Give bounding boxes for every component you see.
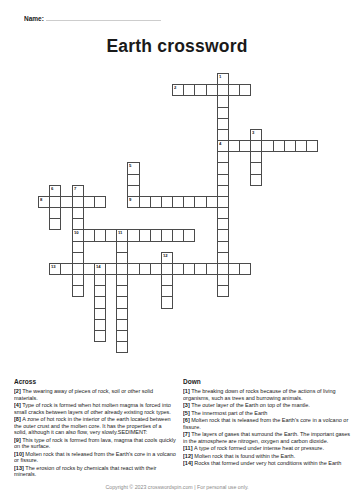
clue-item: [8] A zone of hot rock in the interior o… (14, 416, 176, 435)
clue-item: [7] The layers of gases that surround th… (183, 431, 351, 444)
grid-cell[interactable] (239, 140, 251, 152)
grid-cell[interactable] (150, 263, 162, 275)
clue-item-number: [1] (183, 388, 191, 394)
clue-item: [5] The innermost part of the Earth (183, 410, 351, 416)
grid-cell[interactable] (60, 196, 73, 208)
clue-item: [2] The wearing away of pieces of rock, … (14, 388, 176, 401)
worksheet-page: Name: Earth crossword 142359671081112131… (0, 0, 354, 500)
grid-cell[interactable] (94, 330, 106, 342)
clue-item: [11] A type of rock formed under intense… (183, 445, 351, 451)
clue-item: [13] The erosion of rocks by chemicals t… (14, 464, 176, 477)
footer: Copyright © 2023 crosswordspin.com | For… (0, 484, 354, 496)
clue-item: [4] Type of rock is formed when hot molt… (14, 402, 176, 415)
grid-cell[interactable] (217, 285, 229, 297)
clue-number: 6 (51, 186, 53, 190)
clue-item: [1] The breaking down of rocks because o… (183, 388, 351, 401)
clue-item-number: [12] (183, 453, 194, 459)
grid-cell[interactable] (72, 285, 84, 297)
down-clue-list: [1] The breaking down of rocks because o… (183, 388, 351, 466)
clue-number: 8 (40, 197, 42, 201)
grid-cell[interactable] (94, 196, 106, 208)
grid-cell[interactable]: 8 (38, 196, 50, 208)
clue-item-number: [14] (183, 460, 194, 466)
name-label: Name: (24, 15, 44, 23)
across-clue-list: [2] The wearing away of pieces of rock, … (14, 388, 176, 477)
clue-item: [3] The outer layer of the Earth on top … (183, 402, 351, 408)
grid-cell[interactable] (60, 263, 73, 275)
grid-cell[interactable] (239, 263, 251, 275)
name-blank-line[interactable] (46, 16, 161, 22)
clue-item-number: [5] (183, 410, 191, 416)
copyright-text: Copyright © 2023 crosswordspin.com | For… (0, 484, 354, 490)
clue-item-number: [6] (183, 417, 191, 423)
clue-item-number: [9] (14, 437, 22, 443)
clue-item-number: [13] (14, 464, 25, 470)
clue-item-number: [7] (183, 431, 191, 437)
grid-cell[interactable] (116, 341, 128, 353)
clue-number: 9 (129, 197, 131, 201)
grid-cell[interactable] (306, 140, 318, 152)
grid-cell[interactable] (239, 84, 251, 96)
clue-item: [14] Rocks that formed under very hot co… (183, 460, 351, 466)
clue-number: 3 (252, 130, 254, 134)
grid-cell[interactable] (105, 263, 117, 275)
clue-item-number: [11] (183, 445, 194, 451)
clue-number: 2 (174, 85, 176, 89)
clue-item-number: [2] (14, 388, 22, 394)
name-row: Name: (24, 15, 324, 29)
down-clues-section: Down [1] The breaking down of rocks beca… (183, 378, 351, 500)
grid-cell[interactable] (206, 84, 218, 96)
grid-cell[interactable] (206, 196, 218, 208)
clue-item-number: [10] (14, 451, 25, 457)
puzzle-title: Earth crossword (0, 36, 354, 57)
clue-item: [12] Molten rock that is found within th… (183, 453, 351, 459)
clue-item: [9] This type of rock is formed from lav… (14, 437, 176, 450)
clue-item-number: [3] (183, 402, 191, 408)
clue-item: [10] Molten rock that is released from t… (14, 451, 176, 464)
clue-item-number: [8] (14, 416, 22, 422)
across-clues-section: Across [2] The wearing away of pieces of… (14, 378, 176, 500)
clue-number: 13 (51, 264, 56, 268)
grid-cell[interactable] (250, 174, 262, 186)
clue-number: 12 (163, 253, 168, 257)
grid-cell[interactable] (183, 229, 195, 242)
grid-cell[interactable] (49, 218, 61, 230)
across-header: Across (14, 378, 176, 386)
crossword-grid: 1423596710811121314 (38, 73, 320, 355)
grid-cell[interactable] (206, 263, 218, 275)
clue-number: 5 (129, 163, 131, 167)
clue-number: 7 (74, 186, 76, 190)
grid-cell[interactable] (161, 296, 173, 309)
clue-number: 4 (219, 141, 221, 145)
clue-item: [6] Molten rock that is released from th… (183, 417, 351, 430)
clue-number: 11 (118, 230, 122, 234)
clue-number: 1 (219, 74, 221, 78)
down-header: Down (183, 378, 351, 386)
clue-item-number: [4] (14, 402, 22, 408)
clue-number: 14 (96, 264, 101, 268)
clue-number: 10 (74, 230, 79, 234)
